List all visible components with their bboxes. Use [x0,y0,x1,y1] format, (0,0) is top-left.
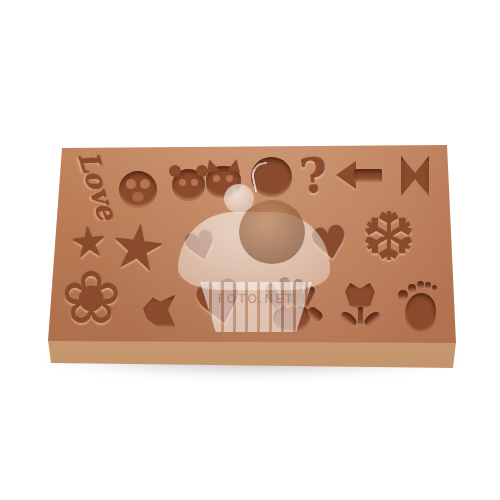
owl-belly-detail [132,192,144,202]
cavity-handprint [264,276,322,338]
toe-shape [417,281,424,288]
owl-eye-icon [140,179,150,189]
flower-icon: ❀ [61,262,121,334]
tulip-leaf-shape [339,309,359,327]
heart-icon: ♥ [179,224,222,270]
product-photo: Love ? ★ ★ ♥ ♥ ❆ [0,0,500,500]
seahorse-glyph: ? [298,150,337,200]
cat-eye-icon [213,175,220,182]
owl-eye-icon [126,179,136,189]
cavity-flower: ❀ [61,262,121,334]
cavity-cat-face [206,166,241,198]
arrow-bar-icon [354,169,382,182]
cavity-love-script: Love [64,156,108,222]
toe-shape [398,290,408,300]
cavity-arrow-left [336,161,384,189]
arrow-head-icon [336,161,356,189]
bear-eye-icon [191,179,198,186]
cavity-seahorse: ? [300,152,334,206]
cavity-bear-face [172,169,205,201]
toe-shape [408,284,416,292]
heart-icon: ♥ [188,270,252,338]
toe-shape [432,285,437,290]
tulip-leaf-shape [362,309,382,327]
tulip-bloom-shape [345,283,375,309]
cat-eye-icon [226,175,233,182]
cavity-tulip [337,283,383,329]
cavity-heart-small-left: ♥ [184,228,218,266]
cavity-owl-face [119,171,157,208]
bear-eye-icon [179,179,186,186]
love-script-text: Love [74,148,113,198]
cavity-snowflake: ❆ [361,205,416,271]
heart-icon: ♥ [306,219,352,269]
bear-ear-icon [169,165,181,177]
cavity-heart-large: ♥ [194,275,246,333]
cavity-heart-right: ♥ [310,222,349,266]
cavity-snail-medallion [251,157,292,197]
cavity-baby-footprint [396,281,446,335]
toe-shape [425,282,431,288]
tulip-stem-shape [358,307,363,324]
snowflake-icon: ❆ [361,205,416,271]
